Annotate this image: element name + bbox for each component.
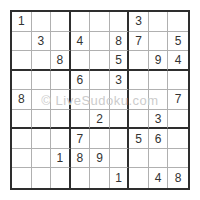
cell-r6c8[interactable]: 3 bbox=[149, 110, 169, 130]
cell-r3c7[interactable] bbox=[129, 51, 149, 71]
cell-r2c1[interactable] bbox=[12, 32, 32, 52]
cell-r6c1[interactable] bbox=[12, 110, 32, 130]
cell-r6c2[interactable] bbox=[32, 110, 52, 130]
cell-r7c7[interactable]: 5 bbox=[129, 129, 149, 149]
cell-r2c4[interactable]: 4 bbox=[71, 32, 91, 52]
cell-r2c9[interactable]: 5 bbox=[168, 32, 188, 52]
cell-r3c3[interactable]: 8 bbox=[51, 51, 71, 71]
cell-r2c2[interactable]: 3 bbox=[32, 32, 52, 52]
cell-r8c9[interactable] bbox=[168, 149, 188, 169]
cell-r3c2[interactable] bbox=[32, 51, 52, 71]
cell-r2c3[interactable] bbox=[51, 32, 71, 52]
cell-r5c7[interactable] bbox=[129, 90, 149, 110]
cell-r3c9[interactable]: 4 bbox=[168, 51, 188, 71]
cell-r8c7[interactable] bbox=[129, 149, 149, 169]
cell-r1c7[interactable]: 3 bbox=[129, 12, 149, 32]
cell-r9c9[interactable]: 8 bbox=[168, 168, 188, 188]
cell-r9c6[interactable]: 1 bbox=[110, 168, 130, 188]
cell-r5c5[interactable] bbox=[90, 90, 110, 110]
sudoku-grid: 13348758594638723756189148 bbox=[12, 12, 188, 188]
cell-r7c5[interactable] bbox=[90, 129, 110, 149]
cell-r2c8[interactable] bbox=[149, 32, 169, 52]
cell-r1c1[interactable]: 1 bbox=[12, 12, 32, 32]
cell-r3c8[interactable]: 9 bbox=[149, 51, 169, 71]
cell-r7c1[interactable] bbox=[12, 129, 32, 149]
cell-r6c9[interactable] bbox=[168, 110, 188, 130]
cell-r5c1[interactable]: 8 bbox=[12, 90, 32, 110]
cell-r4c4[interactable]: 6 bbox=[71, 71, 91, 91]
cell-r1c4[interactable] bbox=[71, 12, 91, 32]
cell-r6c5[interactable]: 2 bbox=[90, 110, 110, 130]
cell-r3c5[interactable] bbox=[90, 51, 110, 71]
cell-r1c2[interactable] bbox=[32, 12, 52, 32]
cell-r7c4[interactable]: 7 bbox=[71, 129, 91, 149]
cell-r6c3[interactable] bbox=[51, 110, 71, 130]
cell-r8c2[interactable] bbox=[32, 149, 52, 169]
cell-r9c3[interactable] bbox=[51, 168, 71, 188]
sudoku-board: 13348758594638723756189148 © LiveSudoku.… bbox=[10, 10, 190, 190]
cell-r5c9[interactable]: 7 bbox=[168, 90, 188, 110]
cell-r4c7[interactable] bbox=[129, 71, 149, 91]
cell-r4c1[interactable] bbox=[12, 71, 32, 91]
cell-r4c8[interactable] bbox=[149, 71, 169, 91]
cell-r7c3[interactable] bbox=[51, 129, 71, 149]
cell-r9c5[interactable] bbox=[90, 168, 110, 188]
cell-r3c1[interactable] bbox=[12, 51, 32, 71]
cell-r3c4[interactable] bbox=[71, 51, 91, 71]
cell-r8c5[interactable]: 9 bbox=[90, 149, 110, 169]
cell-r8c1[interactable] bbox=[12, 149, 32, 169]
cell-r6c6[interactable] bbox=[110, 110, 130, 130]
cell-r5c4[interactable] bbox=[71, 90, 91, 110]
cell-r1c5[interactable] bbox=[90, 12, 110, 32]
cell-r2c6[interactable]: 8 bbox=[110, 32, 130, 52]
cell-r6c4[interactable] bbox=[71, 110, 91, 130]
cell-r9c8[interactable]: 4 bbox=[149, 168, 169, 188]
cell-r3c6[interactable]: 5 bbox=[110, 51, 130, 71]
cell-r8c4[interactable]: 8 bbox=[71, 149, 91, 169]
cell-r1c8[interactable] bbox=[149, 12, 169, 32]
cell-r6c7[interactable] bbox=[129, 110, 149, 130]
cell-r1c6[interactable] bbox=[110, 12, 130, 32]
cell-r7c9[interactable] bbox=[168, 129, 188, 149]
cell-r1c9[interactable] bbox=[168, 12, 188, 32]
cell-r5c3[interactable] bbox=[51, 90, 71, 110]
cell-r4c9[interactable] bbox=[168, 71, 188, 91]
cell-r5c2[interactable] bbox=[32, 90, 52, 110]
cell-r7c8[interactable]: 6 bbox=[149, 129, 169, 149]
cell-r4c3[interactable] bbox=[51, 71, 71, 91]
cell-r4c2[interactable] bbox=[32, 71, 52, 91]
cell-r9c4[interactable] bbox=[71, 168, 91, 188]
cell-r8c6[interactable] bbox=[110, 149, 130, 169]
cell-r9c2[interactable] bbox=[32, 168, 52, 188]
cell-r7c2[interactable] bbox=[32, 129, 52, 149]
cell-r8c8[interactable] bbox=[149, 149, 169, 169]
cell-r1c3[interactable] bbox=[51, 12, 71, 32]
page: 13348758594638723756189148 © LiveSudoku.… bbox=[0, 0, 200, 200]
cell-r4c5[interactable] bbox=[90, 71, 110, 91]
cell-r5c6[interactable] bbox=[110, 90, 130, 110]
cell-r4c6[interactable]: 3 bbox=[110, 71, 130, 91]
cell-r2c7[interactable]: 7 bbox=[129, 32, 149, 52]
cell-r9c1[interactable] bbox=[12, 168, 32, 188]
cell-r2c5[interactable] bbox=[90, 32, 110, 52]
cell-r8c3[interactable]: 1 bbox=[51, 149, 71, 169]
cell-r5c8[interactable] bbox=[149, 90, 169, 110]
cell-r7c6[interactable] bbox=[110, 129, 130, 149]
cell-r9c7[interactable] bbox=[129, 168, 149, 188]
